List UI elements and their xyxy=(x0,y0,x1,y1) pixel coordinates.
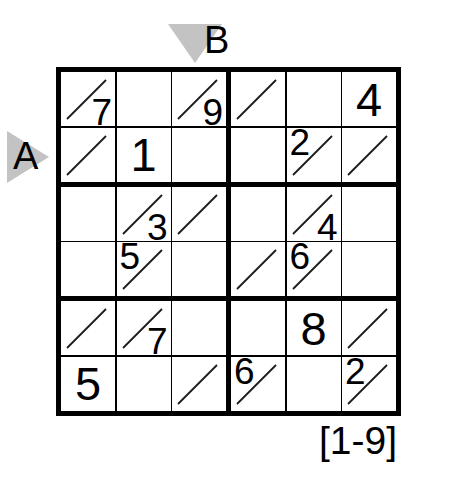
slash-icon xyxy=(172,357,226,411)
given-digit-below-slash: 4 xyxy=(317,209,338,246)
cell-r5c2[interactable]: 7 xyxy=(117,301,171,355)
slash-icon xyxy=(172,187,226,241)
cell-r3c5[interactable]: 4 xyxy=(287,187,341,241)
given-digit: 4 xyxy=(342,72,396,126)
given-digit-above-slash: 5 xyxy=(120,238,141,275)
cell-r4c5[interactable]: 6 xyxy=(287,242,341,296)
puzzle-canvas: B A 79412345678562 [1-9] xyxy=(0,0,456,489)
cell-r1c2[interactable] xyxy=(117,72,171,126)
cell-r4c2[interactable]: 5 xyxy=(117,242,171,296)
slash-icon xyxy=(342,128,396,182)
cell-r1c5[interactable] xyxy=(287,72,341,126)
marker-a-label: A xyxy=(13,137,38,175)
cell-r1c3[interactable]: 9 xyxy=(172,72,226,126)
cell-r5c1[interactable] xyxy=(61,301,115,355)
cell-r5c3[interactable] xyxy=(172,301,226,355)
cell-r6c3[interactable] xyxy=(172,357,226,411)
cell-r3c6[interactable] xyxy=(342,187,396,241)
slash-icon xyxy=(231,242,285,296)
cell-r6c4[interactable]: 6 xyxy=(231,357,285,411)
puzzle-grid: 79412345678562 xyxy=(56,67,401,416)
cell-r5c4[interactable] xyxy=(231,301,285,355)
slash-icon xyxy=(61,128,115,182)
given-digit: 5 xyxy=(61,357,115,411)
cell-r2c2[interactable]: 1 xyxy=(117,128,171,182)
given-digit-below-slash: 9 xyxy=(202,94,223,131)
given-digit: 8 xyxy=(287,301,341,355)
slash-icon xyxy=(61,301,115,355)
given-digit-below-slash: 7 xyxy=(147,323,168,360)
given-digit-above-slash: 6 xyxy=(234,353,255,390)
cell-r3c3[interactable] xyxy=(172,187,226,241)
cell-r3c1[interactable] xyxy=(61,187,115,241)
cell-r1c1[interactable]: 7 xyxy=(61,72,115,126)
cell-r6c2[interactable] xyxy=(117,357,171,411)
cell-r4c3[interactable] xyxy=(172,242,226,296)
cell-r2c6[interactable] xyxy=(342,128,396,182)
cell-r5c6[interactable] xyxy=(342,301,396,355)
given-digit-above-slash: 2 xyxy=(290,124,311,161)
cell-r6c5[interactable] xyxy=(287,357,341,411)
cell-r4c1[interactable] xyxy=(61,242,115,296)
cell-r4c6[interactable] xyxy=(342,242,396,296)
cell-r6c1[interactable]: 5 xyxy=(61,357,115,411)
digit-range-label: [1-9] xyxy=(0,420,397,463)
cell-r4c4[interactable] xyxy=(231,242,285,296)
cell-r2c5[interactable]: 2 xyxy=(287,128,341,182)
cell-r5c5[interactable]: 8 xyxy=(287,301,341,355)
given-digit-below-slash: 7 xyxy=(91,94,112,131)
slash-icon xyxy=(342,301,396,355)
given-digit-above-slash: 6 xyxy=(290,238,311,275)
cell-r3c4[interactable] xyxy=(231,187,285,241)
cell-r1c6[interactable]: 4 xyxy=(342,72,396,126)
given-digit-below-slash: 3 xyxy=(147,209,168,246)
cell-r2c1[interactable] xyxy=(61,128,115,182)
cell-r6c6[interactable]: 2 xyxy=(342,357,396,411)
marker-a: A xyxy=(7,131,49,184)
marker-b: B xyxy=(168,24,222,63)
given-digit: 1 xyxy=(117,128,171,182)
cell-r3c2[interactable]: 3 xyxy=(117,187,171,241)
cell-r2c3[interactable] xyxy=(172,128,226,182)
slash-icon xyxy=(231,72,285,126)
marker-b-label: B xyxy=(204,21,229,59)
given-digit-above-slash: 2 xyxy=(345,353,366,390)
cell-r2c4[interactable] xyxy=(231,128,285,182)
cell-r1c4[interactable] xyxy=(231,72,285,126)
